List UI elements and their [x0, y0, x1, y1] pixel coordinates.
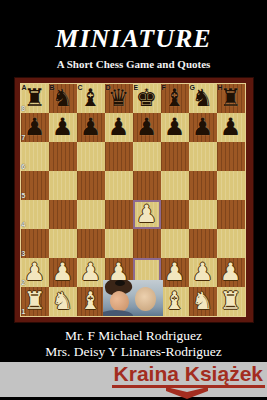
white-pawn: ♟ [217, 258, 245, 287]
square-a5: 5 [21, 171, 49, 200]
file-label-a: A [22, 84, 27, 92]
rank-label-1: 1 [22, 308, 26, 316]
black-pawn: ♟ [217, 113, 245, 142]
square-f1: ♝ [161, 287, 189, 316]
square-g8: G♞ [189, 84, 217, 113]
square-e5 [133, 171, 161, 200]
square-f8: F♝ [161, 84, 189, 113]
square-g2: ♟ [189, 258, 217, 287]
square-c8: C♝ [77, 84, 105, 113]
rank-label-3: 3 [22, 250, 26, 258]
square-b7: ♟ [49, 113, 77, 142]
rank-label-6: 6 [22, 163, 26, 171]
square-f2: ♟ [161, 258, 189, 287]
man-face [135, 287, 156, 311]
square-e3 [133, 229, 161, 258]
square-d4 [105, 200, 133, 229]
square-g5 [189, 171, 217, 200]
square-f5 [161, 171, 189, 200]
file-label-d: D [106, 84, 111, 92]
rank-label-4: 4 [22, 221, 26, 229]
white-pawn: ♟ [133, 200, 161, 229]
square-g1: ♞ [189, 287, 217, 316]
square-d3 [105, 229, 133, 258]
square-d8: D♛ [105, 84, 133, 113]
bookstore-watermark: Kraina Książek [0, 362, 267, 397]
black-pawn: ♟ [105, 113, 133, 142]
file-label-c: C [78, 84, 83, 92]
file-label-g: G [190, 84, 195, 92]
square-h8: H♜ [217, 84, 245, 113]
rank-label-5: 5 [22, 192, 26, 200]
square-b3 [49, 229, 77, 258]
square-b5 [49, 171, 77, 200]
white-bishop: ♝ [77, 287, 105, 316]
square-a8: A8♜ [21, 84, 49, 113]
board-frame: A8♜B♞C♝D♛E♚F♝G♞H♜7♟♟♟♟♟♟♟♟654♟32♟♟♟♟♟♟♟1… [15, 78, 253, 322]
white-pawn: ♟ [49, 258, 77, 287]
square-f4 [161, 200, 189, 229]
author-line-1: Mr. F Michael Rodriguez [0, 328, 267, 344]
square-g4 [189, 200, 217, 229]
square-a6: 6 [21, 142, 49, 171]
square-c3 [77, 229, 105, 258]
square-f7: ♟ [161, 113, 189, 142]
white-rook: ♜ [217, 287, 245, 316]
square-b1: ♞ [49, 287, 77, 316]
square-b4 [49, 200, 77, 229]
book-title: MINIATURE [0, 26, 267, 52]
rank-label-7: 7 [22, 134, 26, 142]
square-a3: 3 [21, 229, 49, 258]
square-b2: ♟ [49, 258, 77, 287]
square-c1: ♝ [77, 287, 105, 316]
black-pawn: ♟ [189, 113, 217, 142]
square-a4: 4 [21, 200, 49, 229]
book-subtitle: A Short Chess Game and Quotes [0, 58, 267, 71]
square-b8: B♞ [49, 84, 77, 113]
square-b6 [49, 142, 77, 171]
square-h1: ♜ [217, 287, 245, 316]
square-h6 [217, 142, 245, 171]
white-pawn: ♟ [189, 258, 217, 287]
watermark-logo-text: Kraina Książek [112, 363, 265, 388]
square-h4 [217, 200, 245, 229]
white-knight: ♞ [49, 287, 77, 316]
white-knight: ♞ [189, 287, 217, 316]
author-line-2: Mrs. Deisy Y Linares-Rodriguez [0, 344, 267, 360]
square-d6 [105, 142, 133, 171]
open-book-icon [165, 387, 209, 400]
square-h3 [217, 229, 245, 258]
square-c5 [77, 171, 105, 200]
black-pawn: ♟ [133, 113, 161, 142]
square-e8: E♚ [133, 84, 161, 113]
file-label-h: H [218, 84, 223, 92]
book-cover: { "game": "chess", "position": { "fen": … [0, 0, 267, 400]
square-a7: 7♟ [21, 113, 49, 142]
chess-board: A8♜B♞C♝D♛E♚F♝G♞H♜7♟♟♟♟♟♟♟♟654♟32♟♟♟♟♟♟♟1… [21, 84, 245, 316]
square-c6 [77, 142, 105, 171]
authors-photo [103, 280, 163, 316]
square-g6 [189, 142, 217, 171]
file-label-b: B [50, 84, 55, 92]
square-a2: 2♟ [21, 258, 49, 287]
square-h2: ♟ [217, 258, 245, 287]
square-h7: ♟ [217, 113, 245, 142]
square-c7: ♟ [77, 113, 105, 142]
square-c4 [77, 200, 105, 229]
square-f3 [161, 229, 189, 258]
square-g3 [189, 229, 217, 258]
square-g7: ♟ [189, 113, 217, 142]
square-f6 [161, 142, 189, 171]
black-pawn: ♟ [77, 113, 105, 142]
rank-label-8: 8 [22, 105, 26, 113]
square-h5 [217, 171, 245, 200]
woman-shoulder [103, 310, 133, 316]
black-pawn: ♟ [161, 113, 189, 142]
square-e6 [133, 142, 161, 171]
square-e7: ♟ [133, 113, 161, 142]
rank-label-2: 2 [22, 279, 26, 287]
square-d5 [105, 171, 133, 200]
sunglasses [115, 280, 125, 286]
black-pawn: ♟ [49, 113, 77, 142]
square-c2: ♟ [77, 258, 105, 287]
square-e4: ♟ [133, 200, 161, 229]
file-label-f: F [162, 84, 166, 92]
square-a1: 1♜ [21, 287, 49, 316]
white-bishop: ♝ [161, 287, 189, 316]
white-pawn: ♟ [161, 258, 189, 287]
white-pawn: ♟ [77, 258, 105, 287]
file-label-e: E [134, 84, 139, 92]
square-d7: ♟ [105, 113, 133, 142]
